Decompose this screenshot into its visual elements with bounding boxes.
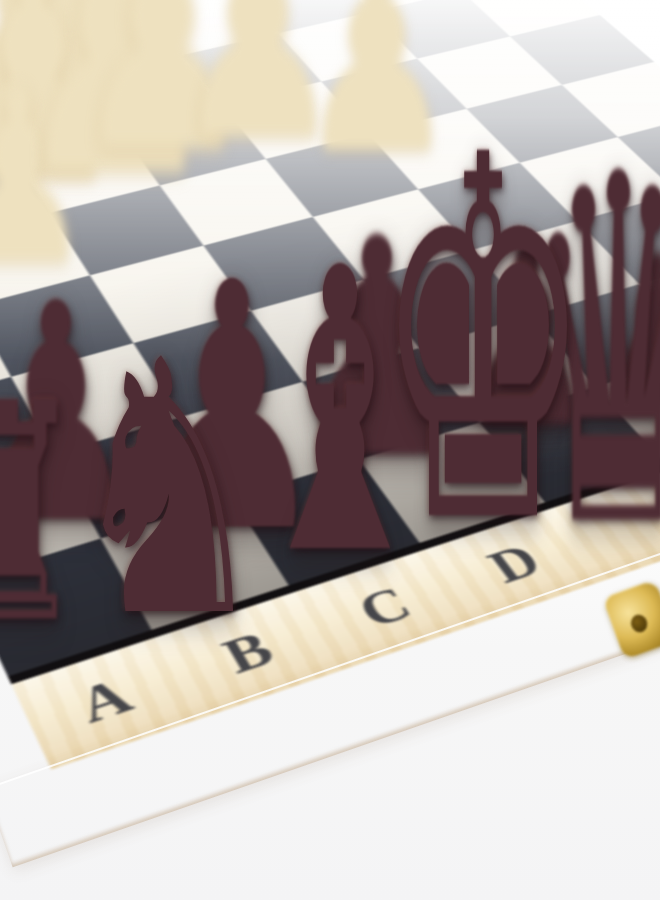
chess-set-product-photo: ABCD ♟♟♟♟♟♟♟♟ ♟♟♟♟♟♛♚♝♜♞	[0, 0, 660, 900]
